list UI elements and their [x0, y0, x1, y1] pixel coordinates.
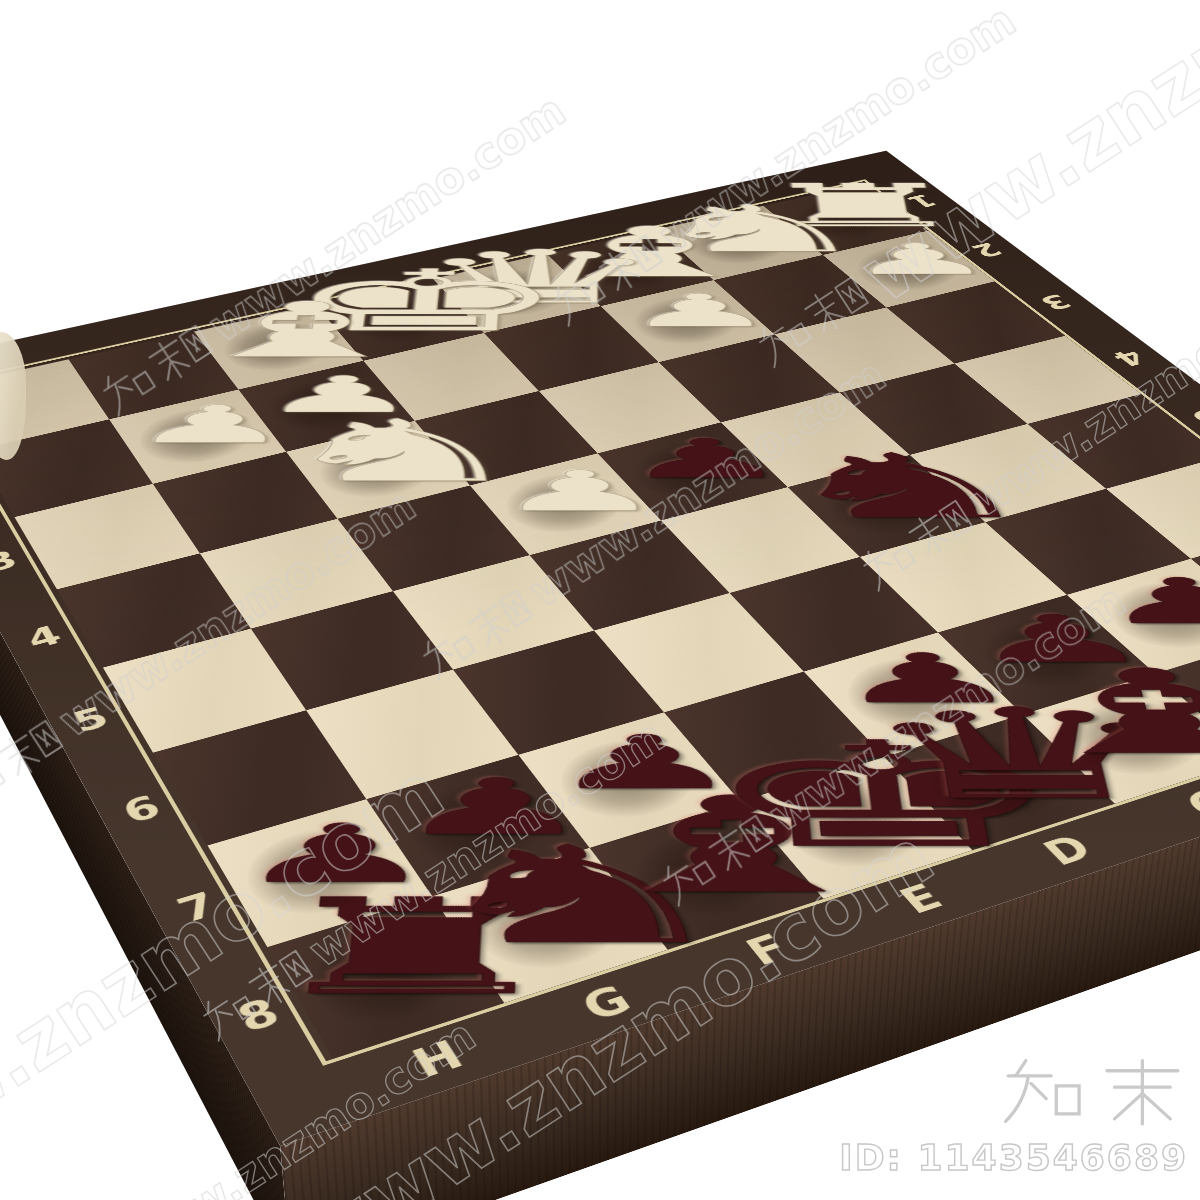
watermark-brand: [998, 1051, 1188, 1131]
watermark-id: ID: 1143546689: [839, 1137, 1188, 1178]
watermark-corner: ID: 1143546689: [839, 1051, 1188, 1178]
chess-board: HGFEDCBA1122334455667788 ♜♞♝♚♛♝♟♟♟♟♟♟♞♟♟…: [0, 151, 1200, 1146]
piece-black-n-c5: ♞: [622, 442, 1200, 531]
piece-white-b-f1: ♝: [31, 292, 564, 368]
product-render-scene: HGFEDCBA1122334455667788 ♜♞♝♚♛♝♟♟♟♟♟♟♞♟♟…: [0, 0, 1200, 1200]
